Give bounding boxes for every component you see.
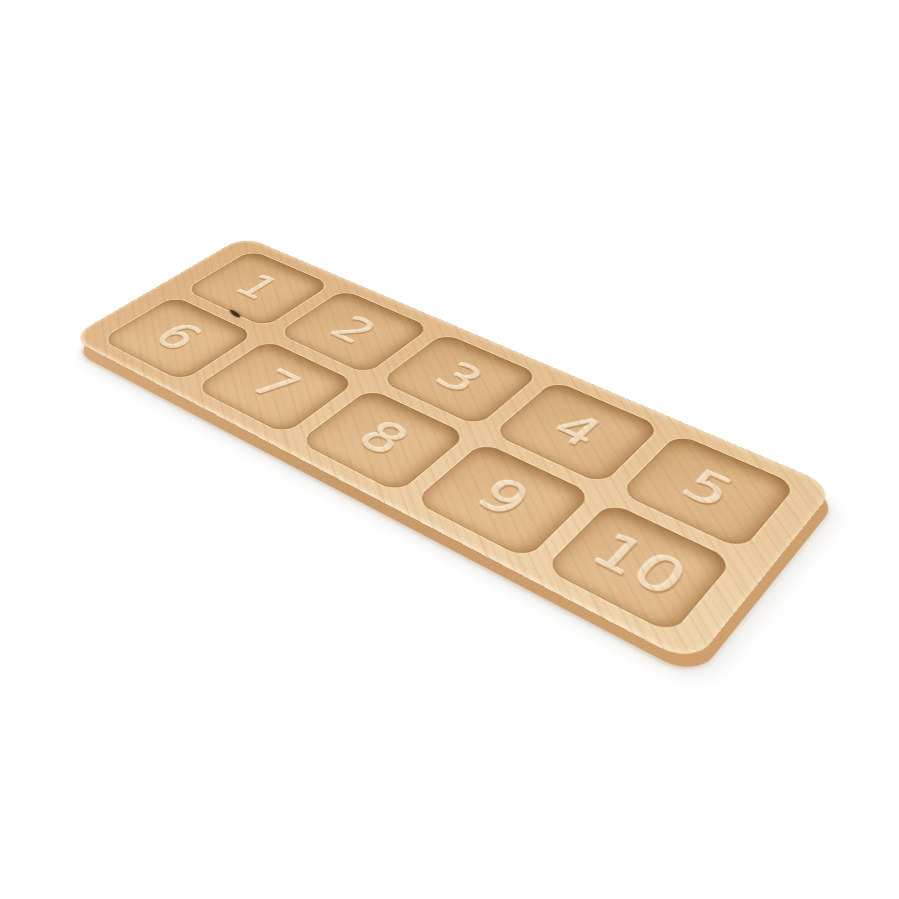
engraved-number-8: 8 [348,415,419,461]
product-photo-scene: 1 2 3 4 5 6 7 8 9 10 [0,0,899,899]
engraved-number-7: 7 [241,364,309,406]
engraved-number-3: 3 [427,357,493,398]
counting-tray-board: 1 2 3 4 5 6 7 8 9 10 [69,236,835,665]
engraved-number-1: 1 [227,270,289,304]
engraved-number-10: 10 [581,526,697,604]
engraved-number-9: 9 [467,472,540,524]
engraved-number-4: 4 [543,408,611,454]
engraved-number-2: 2 [322,312,386,349]
pit-grid: 1 2 3 4 5 6 7 8 9 10 [69,236,835,665]
engraved-number-6: 6 [145,318,211,356]
engraved-number-5: 5 [673,464,743,515]
